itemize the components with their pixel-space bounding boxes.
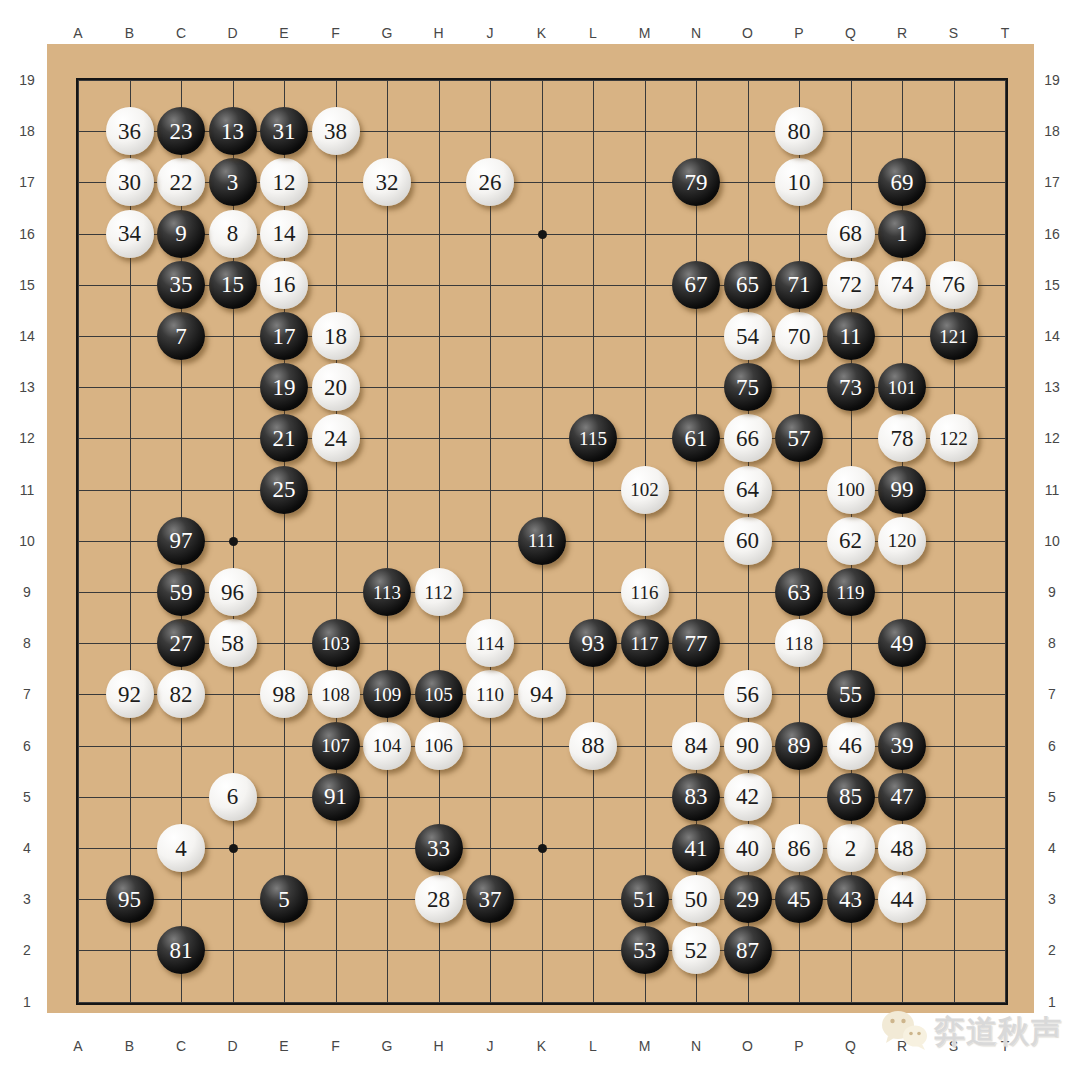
move-number: 81 bbox=[170, 939, 193, 962]
stone-black-73: 73 bbox=[827, 363, 875, 411]
move-number: 67 bbox=[685, 273, 708, 296]
stone-black-119: 119 bbox=[827, 568, 875, 616]
stone-white-92: 92 bbox=[106, 670, 154, 718]
row-label-right: 16 bbox=[1037, 226, 1067, 242]
stone-black-111: 111 bbox=[518, 517, 566, 565]
stone-white-108: 108 bbox=[312, 670, 360, 718]
move-number: 48 bbox=[891, 837, 914, 860]
star-point bbox=[229, 844, 238, 853]
move-number: 21 bbox=[273, 427, 296, 450]
move-number: 44 bbox=[891, 888, 914, 911]
move-number: 19 bbox=[273, 376, 296, 399]
stone-white-80: 80 bbox=[775, 107, 823, 155]
move-number: 118 bbox=[785, 634, 813, 653]
stone-white-112: 112 bbox=[415, 568, 463, 616]
move-number: 56 bbox=[736, 683, 759, 706]
move-number: 10 bbox=[788, 171, 811, 194]
move-number: 59 bbox=[170, 581, 193, 604]
stone-white-50: 50 bbox=[672, 875, 720, 923]
stone-black-83: 83 bbox=[672, 773, 720, 821]
stone-white-34: 34 bbox=[106, 210, 154, 258]
stone-white-58: 58 bbox=[209, 619, 257, 667]
move-number: 103 bbox=[321, 634, 350, 653]
move-number: 82 bbox=[170, 683, 193, 706]
column-label-top: E bbox=[269, 25, 299, 41]
stone-white-100: 100 bbox=[827, 466, 875, 514]
row-label-left: 7 bbox=[12, 686, 42, 702]
row-label-right: 4 bbox=[1037, 840, 1067, 856]
row-label-left: 8 bbox=[12, 635, 42, 651]
stone-black-91: 91 bbox=[312, 773, 360, 821]
stone-white-120: 120 bbox=[878, 517, 926, 565]
row-label-right: 12 bbox=[1037, 430, 1067, 446]
row-label-left: 11 bbox=[12, 482, 42, 498]
column-label-bottom: J bbox=[475, 1038, 505, 1054]
move-number: 80 bbox=[788, 120, 811, 143]
column-label-bottom: A bbox=[63, 1038, 93, 1054]
move-number: 52 bbox=[685, 939, 708, 962]
stone-white-40: 40 bbox=[724, 824, 772, 872]
move-number: 9 bbox=[175, 222, 187, 245]
move-number: 113 bbox=[373, 583, 401, 602]
stone-white-20: 20 bbox=[312, 363, 360, 411]
stone-black-55: 55 bbox=[827, 670, 875, 718]
move-number: 107 bbox=[321, 736, 350, 755]
stone-black-107: 107 bbox=[312, 722, 360, 770]
row-label-left: 2 bbox=[12, 942, 42, 958]
move-number: 49 bbox=[891, 632, 914, 655]
move-number: 73 bbox=[839, 376, 862, 399]
move-number: 65 bbox=[736, 273, 759, 296]
stone-white-54: 54 bbox=[724, 312, 772, 360]
move-number: 108 bbox=[321, 685, 350, 704]
row-label-left: 19 bbox=[12, 72, 42, 88]
move-number: 70 bbox=[788, 325, 811, 348]
stone-white-60: 60 bbox=[724, 517, 772, 565]
stone-white-6: 6 bbox=[209, 773, 257, 821]
stone-black-105: 105 bbox=[415, 670, 463, 718]
move-number: 57 bbox=[788, 427, 811, 450]
stone-black-113: 113 bbox=[363, 568, 411, 616]
row-label-left: 5 bbox=[12, 789, 42, 805]
column-label-bottom: F bbox=[321, 1038, 351, 1054]
move-number: 29 bbox=[736, 888, 759, 911]
stone-black-63: 63 bbox=[775, 568, 823, 616]
column-label-bottom: E bbox=[269, 1038, 299, 1054]
column-label-bottom: M bbox=[630, 1038, 660, 1054]
move-number: 1 bbox=[896, 222, 908, 245]
stone-white-72: 72 bbox=[827, 261, 875, 309]
move-number: 25 bbox=[273, 478, 296, 501]
stone-white-36: 36 bbox=[106, 107, 154, 155]
column-label-bottom: H bbox=[424, 1038, 454, 1054]
move-number: 75 bbox=[736, 376, 759, 399]
column-label-top: J bbox=[475, 25, 505, 41]
go-board: 1234567891011121314151617181920212223242… bbox=[47, 44, 1034, 1013]
move-number: 119 bbox=[837, 583, 865, 602]
row-label-right: 8 bbox=[1037, 635, 1067, 651]
star-point bbox=[538, 230, 547, 239]
move-number: 69 bbox=[891, 171, 914, 194]
column-label-bottom: G bbox=[372, 1038, 402, 1054]
row-label-left: 6 bbox=[12, 738, 42, 754]
move-number: 24 bbox=[324, 427, 347, 450]
stone-black-23: 23 bbox=[157, 107, 205, 155]
move-number: 22 bbox=[170, 171, 193, 194]
stone-white-76: 76 bbox=[930, 261, 978, 309]
stone-black-11: 11 bbox=[827, 312, 875, 360]
move-number: 72 bbox=[839, 273, 862, 296]
column-label-top: H bbox=[424, 25, 454, 41]
stone-black-33: 33 bbox=[415, 824, 463, 872]
move-number: 31 bbox=[273, 120, 296, 143]
move-number: 11 bbox=[839, 325, 861, 348]
move-number: 111 bbox=[528, 531, 555, 550]
move-number: 27 bbox=[170, 632, 193, 655]
stone-white-38: 38 bbox=[312, 107, 360, 155]
move-number: 78 bbox=[891, 427, 914, 450]
row-label-left: 15 bbox=[12, 277, 42, 293]
move-number: 115 bbox=[579, 429, 607, 448]
column-label-bottom: O bbox=[733, 1038, 763, 1054]
stone-black-51: 51 bbox=[621, 875, 669, 923]
stone-white-86: 86 bbox=[775, 824, 823, 872]
stone-black-7: 7 bbox=[157, 312, 205, 360]
stone-black-43: 43 bbox=[827, 875, 875, 923]
move-number: 14 bbox=[273, 222, 296, 245]
move-number: 105 bbox=[424, 685, 453, 704]
column-label-bottom: B bbox=[115, 1038, 145, 1054]
stone-black-49: 49 bbox=[878, 619, 926, 667]
column-label-bottom: N bbox=[681, 1038, 711, 1054]
row-label-left: 14 bbox=[12, 328, 42, 344]
stone-white-4: 4 bbox=[157, 824, 205, 872]
move-number: 40 bbox=[736, 837, 759, 860]
row-label-right: 18 bbox=[1037, 123, 1067, 139]
move-number: 97 bbox=[170, 529, 193, 552]
row-label-left: 4 bbox=[12, 840, 42, 856]
column-label-bottom: L bbox=[578, 1038, 608, 1054]
column-label-top: Q bbox=[836, 25, 866, 41]
stone-black-77: 77 bbox=[672, 619, 720, 667]
star-point bbox=[229, 537, 238, 546]
move-number: 101 bbox=[888, 378, 917, 397]
stone-black-5: 5 bbox=[260, 875, 308, 923]
stone-black-31: 31 bbox=[260, 107, 308, 155]
stone-white-88: 88 bbox=[569, 722, 617, 770]
stone-black-95: 95 bbox=[106, 875, 154, 923]
move-number: 110 bbox=[476, 685, 504, 704]
stone-black-17: 17 bbox=[260, 312, 308, 360]
move-number: 17 bbox=[273, 325, 296, 348]
move-number: 112 bbox=[425, 583, 453, 602]
move-number: 121 bbox=[939, 327, 968, 346]
stone-black-71: 71 bbox=[775, 261, 823, 309]
move-number: 64 bbox=[736, 478, 759, 501]
column-label-bottom: P bbox=[784, 1038, 814, 1054]
stone-black-65: 65 bbox=[724, 261, 772, 309]
stone-white-42: 42 bbox=[724, 773, 772, 821]
move-number: 8 bbox=[227, 222, 239, 245]
stone-white-28: 28 bbox=[415, 875, 463, 923]
column-label-top: T bbox=[990, 25, 1020, 41]
move-number: 106 bbox=[424, 736, 453, 755]
stone-white-118: 118 bbox=[775, 619, 823, 667]
move-number: 55 bbox=[839, 683, 862, 706]
stone-white-18: 18 bbox=[312, 312, 360, 360]
watermark: 弈道秋声 bbox=[878, 1002, 1058, 1062]
stone-black-19: 19 bbox=[260, 363, 308, 411]
column-label-top: S bbox=[939, 25, 969, 41]
row-label-left: 16 bbox=[12, 226, 42, 242]
row-label-right: 10 bbox=[1037, 533, 1067, 549]
move-number: 3 bbox=[227, 171, 239, 194]
move-number: 99 bbox=[891, 478, 914, 501]
move-number: 116 bbox=[631, 583, 659, 602]
go-diagram-page: 1234567891011121314151617181920212223242… bbox=[0, 0, 1080, 1080]
row-label-right: 5 bbox=[1037, 789, 1067, 805]
move-number: 4 bbox=[175, 837, 187, 860]
column-label-top: K bbox=[527, 25, 557, 41]
move-number: 68 bbox=[839, 222, 862, 245]
stone-white-56: 56 bbox=[724, 670, 772, 718]
move-number: 89 bbox=[788, 734, 811, 757]
move-number: 79 bbox=[685, 171, 708, 194]
move-number: 2 bbox=[845, 837, 857, 860]
row-label-left: 9 bbox=[12, 584, 42, 600]
move-number: 96 bbox=[221, 581, 244, 604]
move-number: 6 bbox=[227, 785, 239, 808]
stone-black-9: 9 bbox=[157, 210, 205, 258]
stone-black-87: 87 bbox=[724, 926, 772, 974]
move-number: 38 bbox=[324, 120, 347, 143]
column-label-bottom: D bbox=[218, 1038, 248, 1054]
row-label-right: 11 bbox=[1037, 482, 1067, 498]
stone-white-122: 122 bbox=[930, 414, 978, 462]
watermark-text: 弈道秋声 bbox=[934, 1011, 1062, 1053]
stone-black-97: 97 bbox=[157, 517, 205, 565]
stone-black-99: 99 bbox=[878, 466, 926, 514]
move-number: 16 bbox=[273, 273, 296, 296]
stone-white-70: 70 bbox=[775, 312, 823, 360]
stone-black-25: 25 bbox=[260, 466, 308, 514]
move-number: 12 bbox=[273, 171, 296, 194]
move-number: 92 bbox=[118, 683, 141, 706]
stone-black-3: 3 bbox=[209, 158, 257, 206]
stone-white-116: 116 bbox=[621, 568, 669, 616]
move-number: 41 bbox=[685, 837, 708, 860]
stone-black-93: 93 bbox=[569, 619, 617, 667]
row-label-right: 19 bbox=[1037, 72, 1067, 88]
stone-white-94: 94 bbox=[518, 670, 566, 718]
column-label-top: B bbox=[115, 25, 145, 41]
move-number: 63 bbox=[788, 581, 811, 604]
move-number: 35 bbox=[170, 273, 193, 296]
row-label-left: 3 bbox=[12, 891, 42, 907]
column-label-top: D bbox=[218, 25, 248, 41]
stone-white-44: 44 bbox=[878, 875, 926, 923]
stone-black-15: 15 bbox=[209, 261, 257, 309]
move-number: 15 bbox=[221, 273, 244, 296]
move-number: 33 bbox=[427, 837, 450, 860]
row-label-left: 17 bbox=[12, 174, 42, 190]
move-number: 98 bbox=[273, 683, 296, 706]
column-label-top: A bbox=[63, 25, 93, 41]
stone-white-48: 48 bbox=[878, 824, 926, 872]
move-number: 28 bbox=[427, 888, 450, 911]
stone-black-39: 39 bbox=[878, 722, 926, 770]
wechat-icon bbox=[878, 1008, 930, 1056]
stone-white-46: 46 bbox=[827, 722, 875, 770]
stone-white-90: 90 bbox=[724, 722, 772, 770]
column-label-bottom: C bbox=[166, 1038, 196, 1054]
stone-white-8: 8 bbox=[209, 210, 257, 258]
move-number: 109 bbox=[373, 685, 402, 704]
stone-black-29: 29 bbox=[724, 875, 772, 923]
column-label-top: F bbox=[321, 25, 351, 41]
move-number: 13 bbox=[221, 120, 244, 143]
row-label-right: 6 bbox=[1037, 738, 1067, 754]
move-number: 7 bbox=[175, 325, 187, 348]
stone-white-64: 64 bbox=[724, 466, 772, 514]
stone-white-84: 84 bbox=[672, 722, 720, 770]
row-label-left: 12 bbox=[12, 430, 42, 446]
move-number: 86 bbox=[788, 837, 811, 860]
move-number: 39 bbox=[891, 734, 914, 757]
move-number: 30 bbox=[118, 171, 141, 194]
move-number: 61 bbox=[685, 427, 708, 450]
stone-white-96: 96 bbox=[209, 568, 257, 616]
stone-black-67: 67 bbox=[672, 261, 720, 309]
move-number: 83 bbox=[685, 785, 708, 808]
stone-black-121: 121 bbox=[930, 312, 978, 360]
move-number: 93 bbox=[582, 632, 605, 655]
column-label-bottom: Q bbox=[836, 1038, 866, 1054]
stone-white-102: 102 bbox=[621, 466, 669, 514]
stone-white-16: 16 bbox=[260, 261, 308, 309]
column-label-top: L bbox=[578, 25, 608, 41]
move-number: 74 bbox=[891, 273, 914, 296]
move-number: 104 bbox=[373, 736, 402, 755]
column-label-top: G bbox=[372, 25, 402, 41]
stone-black-85: 85 bbox=[827, 773, 875, 821]
move-number: 37 bbox=[479, 888, 502, 911]
move-number: 18 bbox=[324, 325, 347, 348]
move-number: 5 bbox=[278, 888, 290, 911]
row-label-right: 2 bbox=[1037, 942, 1067, 958]
row-label-left: 1 bbox=[12, 994, 42, 1010]
stone-white-66: 66 bbox=[724, 414, 772, 462]
move-number: 90 bbox=[736, 734, 759, 757]
move-number: 76 bbox=[942, 273, 965, 296]
stone-black-13: 13 bbox=[209, 107, 257, 155]
move-number: 42 bbox=[736, 785, 759, 808]
stone-white-2: 2 bbox=[827, 824, 875, 872]
move-number: 54 bbox=[736, 325, 759, 348]
move-number: 120 bbox=[888, 531, 917, 550]
move-number: 58 bbox=[221, 632, 244, 655]
move-number: 77 bbox=[685, 632, 708, 655]
stone-black-59: 59 bbox=[157, 568, 205, 616]
move-number: 46 bbox=[839, 734, 862, 757]
stone-black-101: 101 bbox=[878, 363, 926, 411]
move-number: 32 bbox=[376, 171, 399, 194]
stone-black-75: 75 bbox=[724, 363, 772, 411]
move-number: 34 bbox=[118, 222, 141, 245]
move-number: 71 bbox=[788, 273, 811, 296]
row-label-right: 7 bbox=[1037, 686, 1067, 702]
column-label-top: C bbox=[166, 25, 196, 41]
move-number: 87 bbox=[736, 939, 759, 962]
move-number: 117 bbox=[631, 634, 659, 653]
stone-white-114: 114 bbox=[466, 619, 514, 667]
stone-black-1: 1 bbox=[878, 210, 926, 258]
move-number: 114 bbox=[476, 634, 504, 653]
column-label-top: N bbox=[681, 25, 711, 41]
stone-black-41: 41 bbox=[672, 824, 720, 872]
stone-black-117: 117 bbox=[621, 619, 669, 667]
move-number: 102 bbox=[630, 480, 659, 499]
row-label-right: 15 bbox=[1037, 277, 1067, 293]
stone-black-89: 89 bbox=[775, 722, 823, 770]
stone-white-24: 24 bbox=[312, 414, 360, 462]
stone-white-30: 30 bbox=[106, 158, 154, 206]
move-number: 47 bbox=[891, 785, 914, 808]
stone-white-68: 68 bbox=[827, 210, 875, 258]
column-label-top: O bbox=[733, 25, 763, 41]
row-label-right: 14 bbox=[1037, 328, 1067, 344]
stone-black-53: 53 bbox=[621, 926, 669, 974]
move-number: 23 bbox=[170, 120, 193, 143]
move-number: 122 bbox=[939, 429, 968, 448]
move-number: 36 bbox=[118, 120, 141, 143]
row-label-right: 9 bbox=[1037, 584, 1067, 600]
move-number: 20 bbox=[324, 376, 347, 399]
row-label-right: 3 bbox=[1037, 891, 1067, 907]
column-label-top: R bbox=[887, 25, 917, 41]
move-number: 85 bbox=[839, 785, 862, 808]
stone-white-62: 62 bbox=[827, 517, 875, 565]
stone-white-74: 74 bbox=[878, 261, 926, 309]
stone-white-14: 14 bbox=[260, 210, 308, 258]
row-label-right: 17 bbox=[1037, 174, 1067, 190]
row-label-left: 18 bbox=[12, 123, 42, 139]
move-number: 94 bbox=[530, 683, 553, 706]
move-number: 51 bbox=[633, 888, 656, 911]
column-label-bottom: K bbox=[527, 1038, 557, 1054]
move-number: 91 bbox=[324, 785, 347, 808]
row-label-left: 13 bbox=[12, 379, 42, 395]
stone-black-47: 47 bbox=[878, 773, 926, 821]
column-label-top: M bbox=[630, 25, 660, 41]
star-point bbox=[538, 844, 547, 853]
row-label-left: 10 bbox=[12, 533, 42, 549]
move-number: 95 bbox=[118, 888, 141, 911]
move-number: 53 bbox=[633, 939, 656, 962]
move-number: 66 bbox=[736, 427, 759, 450]
move-number: 45 bbox=[788, 888, 811, 911]
move-number: 60 bbox=[736, 529, 759, 552]
row-label-right: 13 bbox=[1037, 379, 1067, 395]
stone-black-37: 37 bbox=[466, 875, 514, 923]
stone-black-35: 35 bbox=[157, 261, 205, 309]
move-number: 88 bbox=[582, 734, 605, 757]
move-number: 84 bbox=[685, 734, 708, 757]
move-number: 100 bbox=[836, 480, 865, 499]
move-number: 43 bbox=[839, 888, 862, 911]
move-number: 50 bbox=[685, 888, 708, 911]
stone-white-104: 104 bbox=[363, 722, 411, 770]
